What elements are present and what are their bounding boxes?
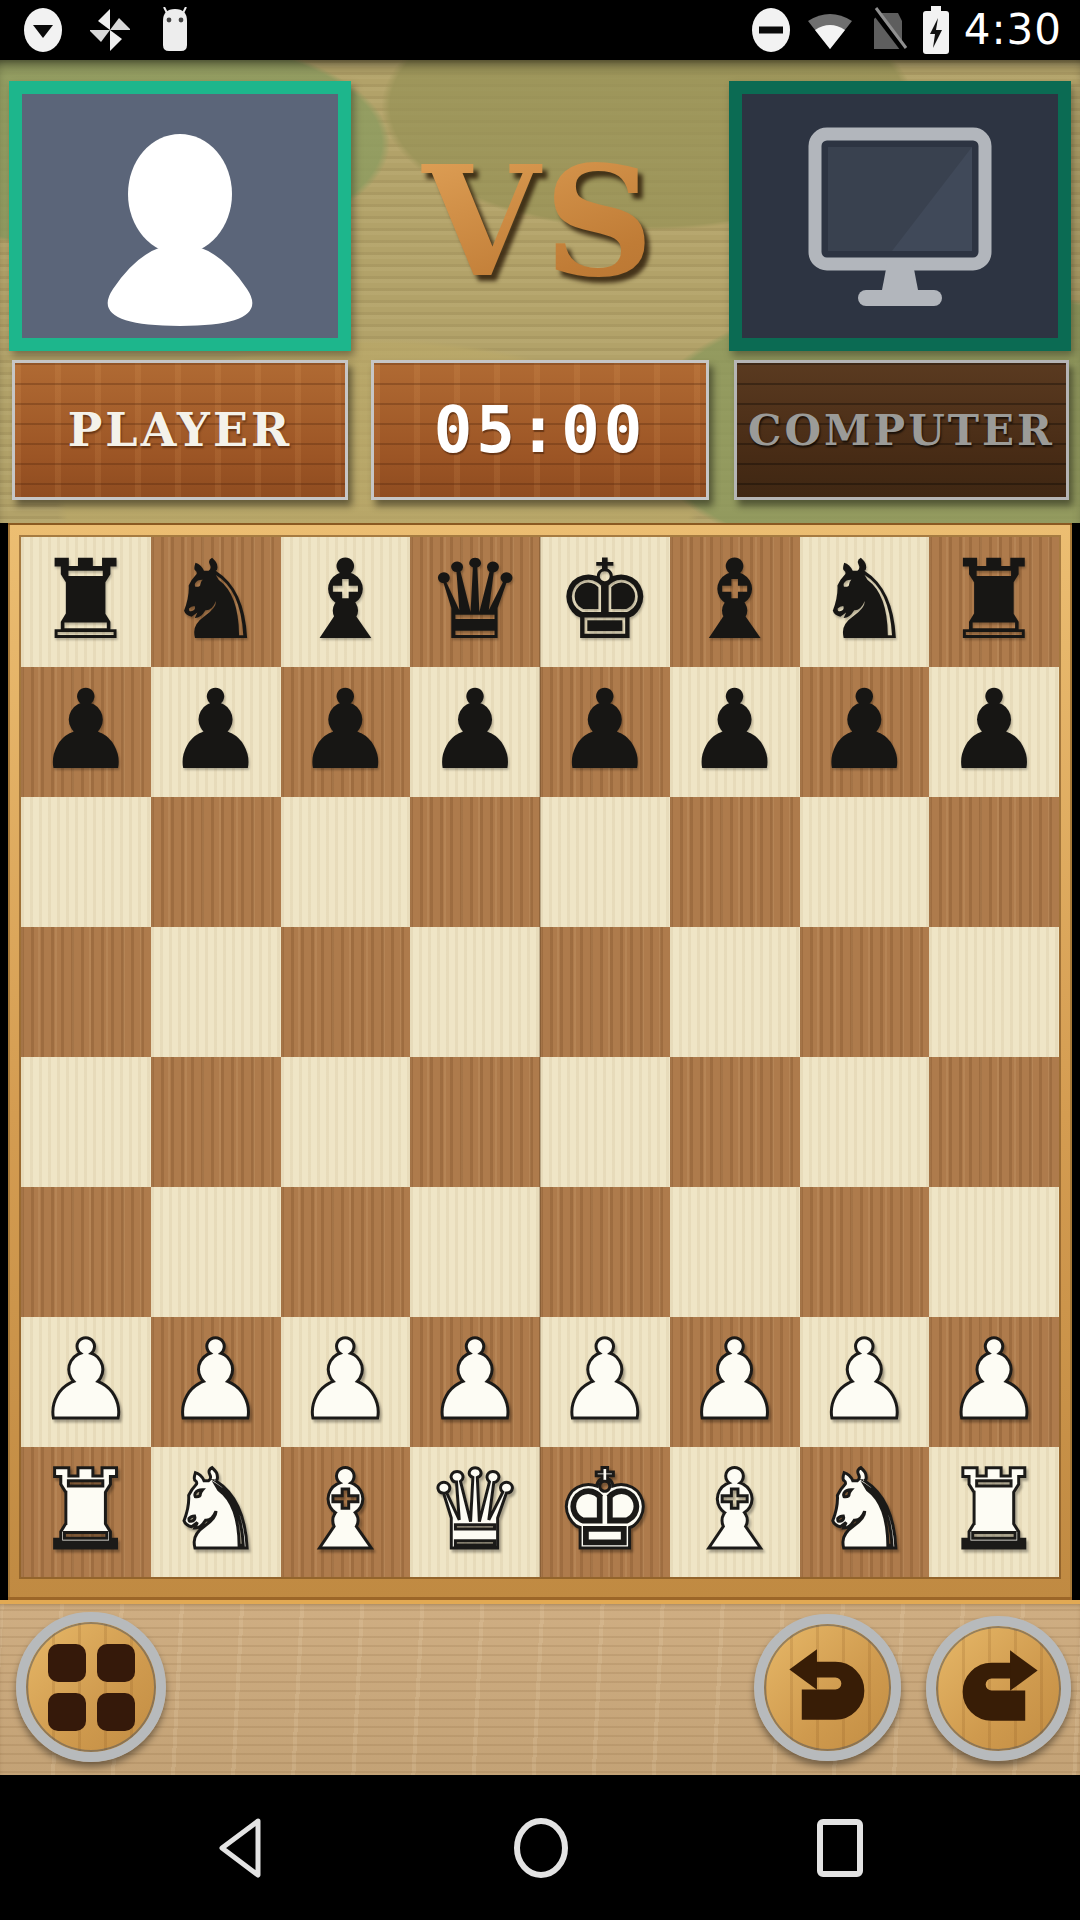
white-pawn: ♟ [426, 1325, 525, 1435]
wifi-icon [806, 7, 854, 53]
black-pawn: ♟ [945, 675, 1044, 785]
square-h7[interactable]: ♟ [929, 667, 1059, 797]
undo-button[interactable] [754, 1614, 901, 1761]
square-d6[interactable] [410, 797, 540, 927]
square-d5[interactable] [410, 927, 540, 1057]
android-robot-icon [156, 7, 194, 53]
download-circle-icon [22, 7, 64, 53]
computer-name-plate: COMPUTER [734, 360, 1069, 500]
square-b7[interactable]: ♟ [151, 667, 281, 797]
white-pawn: ♟ [37, 1325, 136, 1435]
square-e6[interactable] [540, 797, 670, 927]
square-d4[interactable] [410, 1057, 540, 1187]
square-c1[interactable]: ♝ [281, 1447, 411, 1577]
square-e4[interactable] [540, 1057, 670, 1187]
black-king: ♚ [556, 545, 655, 655]
black-queen: ♛ [426, 545, 525, 655]
computer-label: COMPUTER [748, 406, 1055, 455]
square-a4[interactable] [21, 1057, 151, 1187]
square-c4[interactable] [281, 1057, 411, 1187]
square-h4[interactable] [929, 1057, 1059, 1187]
square-g4[interactable] [800, 1057, 930, 1187]
chess-board: ♜♞♝♛♚♝♞♜♟♟♟♟♟♟♟♟♟♟♟♟♟♟♟♟♜♞♝♛♚♝♞♜ [21, 537, 1059, 1577]
square-f1[interactable]: ♝ [670, 1447, 800, 1577]
black-knight: ♞ [815, 545, 914, 655]
computer-monitor-icon [742, 94, 1058, 338]
square-b3[interactable] [151, 1187, 281, 1317]
square-e5[interactable] [540, 927, 670, 1057]
square-a8[interactable]: ♜ [21, 537, 151, 667]
player-name-plate: PLAYER [12, 360, 348, 500]
player-label: PLAYER [68, 403, 292, 457]
chess-app-screen: 4:30 VS PLAYER 05 [0, 0, 1080, 1920]
status-bar-right: 4:30 [750, 0, 1062, 60]
do-not-disturb-icon [750, 7, 792, 53]
nav-back-icon[interactable] [214, 1817, 266, 1879]
white-queen: ♛ [426, 1455, 525, 1565]
square-b8[interactable]: ♞ [151, 537, 281, 667]
white-pawn: ♟ [166, 1325, 265, 1435]
black-knight: ♞ [166, 545, 265, 655]
black-bishop: ♝ [685, 545, 784, 655]
square-e8[interactable]: ♚ [540, 537, 670, 667]
square-e7[interactable]: ♟ [540, 667, 670, 797]
square-h1[interactable]: ♜ [929, 1447, 1059, 1577]
white-bishop: ♝ [685, 1455, 784, 1565]
square-a7[interactable]: ♟ [21, 667, 151, 797]
menu-grid-icon [48, 1644, 135, 1731]
control-bar [0, 1600, 1080, 1775]
square-f4[interactable] [670, 1057, 800, 1187]
android-nav-bar [0, 1775, 1080, 1920]
square-d2[interactable]: ♟ [410, 1317, 540, 1447]
square-g1[interactable]: ♞ [800, 1447, 930, 1577]
square-e2[interactable]: ♟ [540, 1317, 670, 1447]
square-f3[interactable] [670, 1187, 800, 1317]
white-pawn: ♟ [556, 1325, 655, 1435]
square-f6[interactable] [670, 797, 800, 927]
square-a6[interactable] [21, 797, 151, 927]
square-b2[interactable]: ♟ [151, 1317, 281, 1447]
square-c3[interactable] [281, 1187, 411, 1317]
square-b6[interactable] [151, 797, 281, 927]
square-c5[interactable] [281, 927, 411, 1057]
square-g7[interactable]: ♟ [800, 667, 930, 797]
square-h2[interactable]: ♟ [929, 1317, 1059, 1447]
square-h3[interactable] [929, 1187, 1059, 1317]
square-d3[interactable] [410, 1187, 540, 1317]
square-f5[interactable] [670, 927, 800, 1057]
white-knight: ♞ [815, 1455, 914, 1565]
black-pawn: ♟ [815, 675, 914, 785]
computer-avatar [729, 81, 1071, 351]
square-f8[interactable]: ♝ [670, 537, 800, 667]
black-pawn: ♟ [296, 675, 395, 785]
black-pawn: ♟ [556, 675, 655, 785]
clock-time: 4:30 [964, 0, 1062, 60]
redo-button[interactable] [926, 1616, 1071, 1761]
square-b4[interactable] [151, 1057, 281, 1187]
square-h6[interactable] [929, 797, 1059, 927]
white-pawn: ♟ [815, 1325, 914, 1435]
black-pawn: ♟ [685, 675, 784, 785]
square-h8[interactable]: ♜ [929, 537, 1059, 667]
white-rook: ♜ [945, 1455, 1044, 1565]
black-rook: ♜ [37, 545, 136, 655]
chess-board-frame: ♜♞♝♛♚♝♞♜♟♟♟♟♟♟♟♟♟♟♟♟♟♟♟♟♜♞♝♛♚♝♞♜ [8, 523, 1072, 1600]
nav-recents-icon[interactable] [815, 1817, 865, 1879]
battery-charging-icon [922, 6, 950, 54]
square-e1[interactable]: ♚ [540, 1447, 670, 1577]
game-clock: 05:00 [371, 360, 709, 500]
black-pawn: ♟ [426, 675, 525, 785]
square-c7[interactable]: ♟ [281, 667, 411, 797]
square-f2[interactable]: ♟ [670, 1317, 800, 1447]
white-pawn: ♟ [296, 1325, 395, 1435]
no-sim-icon [868, 7, 908, 53]
status-bar-left [22, 7, 194, 53]
match-header: VS PLAYER 05:00 COMPUTER [0, 60, 1080, 523]
square-c6[interactable] [281, 797, 411, 927]
white-bishop: ♝ [296, 1455, 395, 1565]
square-d1[interactable]: ♛ [410, 1447, 540, 1577]
menu-button[interactable] [16, 1612, 166, 1762]
square-g5[interactable] [800, 927, 930, 1057]
square-g2[interactable]: ♟ [800, 1317, 930, 1447]
square-e3[interactable] [540, 1187, 670, 1317]
square-g3[interactable] [800, 1187, 930, 1317]
square-h5[interactable] [929, 927, 1059, 1057]
photos-pinwheel-icon [90, 7, 130, 53]
square-a5[interactable] [21, 927, 151, 1057]
square-a3[interactable] [21, 1187, 151, 1317]
square-d7[interactable]: ♟ [410, 667, 540, 797]
redo-arrow-icon [953, 1643, 1045, 1735]
status-bar: 4:30 [0, 0, 1080, 60]
square-d8[interactable]: ♛ [410, 537, 540, 667]
white-rook: ♜ [37, 1455, 136, 1565]
white-pawn: ♟ [945, 1325, 1044, 1435]
square-g6[interactable] [800, 797, 930, 927]
square-a1[interactable]: ♜ [21, 1447, 151, 1577]
square-g8[interactable]: ♞ [800, 537, 930, 667]
white-pawn: ♟ [685, 1325, 784, 1435]
white-king: ♚ [556, 1455, 655, 1565]
square-c8[interactable]: ♝ [281, 537, 411, 667]
undo-arrow-icon [782, 1642, 874, 1734]
nav-home-icon[interactable] [512, 1817, 570, 1879]
square-b1[interactable]: ♞ [151, 1447, 281, 1577]
square-c2[interactable]: ♟ [281, 1317, 411, 1447]
black-bishop: ♝ [296, 545, 395, 655]
square-b5[interactable] [151, 927, 281, 1057]
game-clock-time: 05:00 [434, 393, 647, 467]
black-pawn: ♟ [37, 675, 136, 785]
black-rook: ♜ [945, 545, 1044, 655]
black-pawn: ♟ [166, 675, 265, 785]
square-f7[interactable]: ♟ [670, 667, 800, 797]
square-a2[interactable]: ♟ [21, 1317, 151, 1447]
white-knight: ♞ [166, 1455, 265, 1565]
